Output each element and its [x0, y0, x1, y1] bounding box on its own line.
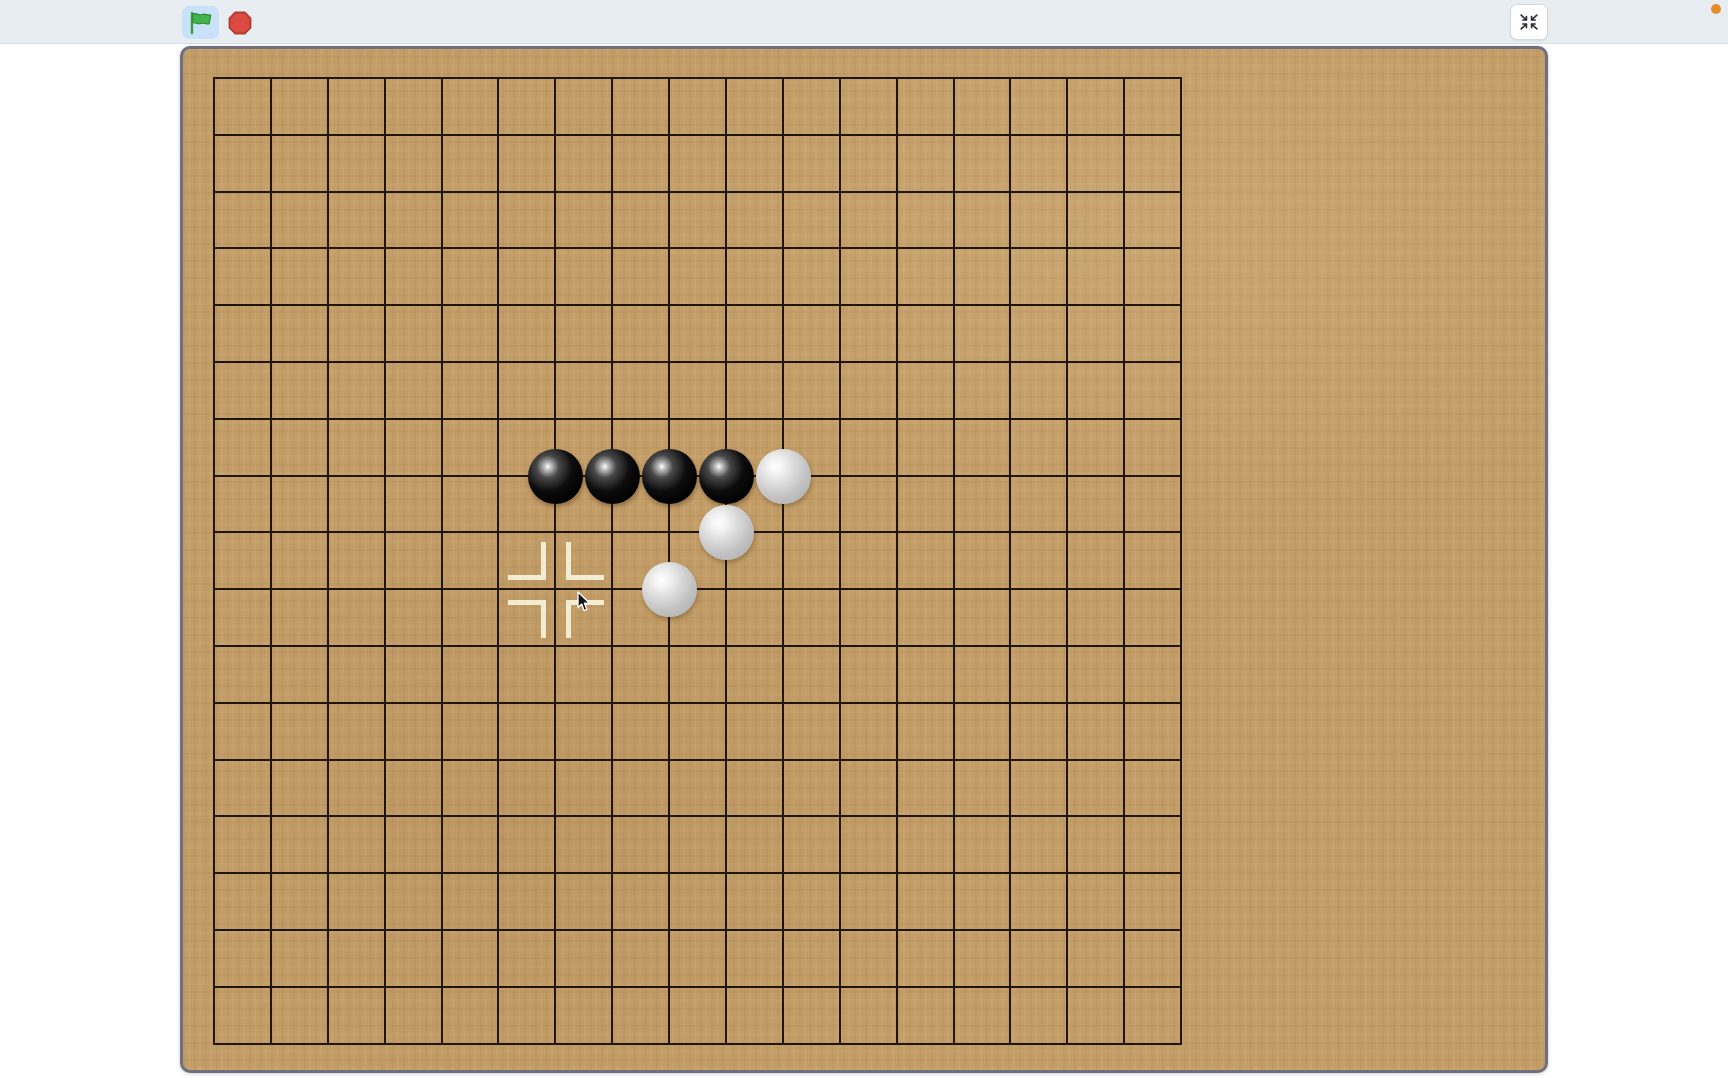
board-cell[interactable]: [271, 646, 328, 703]
board-cell[interactable]: [328, 476, 385, 533]
board-cell[interactable]: [385, 646, 442, 703]
board-cell[interactable]: [669, 873, 726, 930]
board-cell[interactable]: [498, 873, 555, 930]
board-cell[interactable]: [726, 987, 783, 1044]
board-cell[interactable]: [385, 816, 442, 873]
board-cell[interactable]: [840, 419, 897, 476]
board-cell[interactable]: [271, 78, 328, 135]
board-cell[interactable]: [442, 192, 499, 249]
board-cell[interactable]: [498, 248, 555, 305]
board-cell[interactable]: [385, 760, 442, 817]
board-cell[interactable]: [612, 305, 669, 362]
board-cell[interactable]: [726, 305, 783, 362]
board-cell[interactable]: [385, 589, 442, 646]
board-cell[interactable]: [555, 78, 612, 135]
board-cell[interactable]: [954, 589, 1011, 646]
board-cell[interactable]: [783, 930, 840, 987]
board-cell[interactable]: [271, 532, 328, 589]
board-cell[interactable]: [271, 135, 328, 192]
board-cell[interactable]: [954, 135, 1011, 192]
board-cell[interactable]: [669, 192, 726, 249]
board-cell[interactable]: [612, 192, 669, 249]
board-cell[interactable]: [328, 703, 385, 760]
board-cell[interactable]: [385, 930, 442, 987]
board-cell[interactable]: [726, 248, 783, 305]
board-cell[interactable]: [1010, 816, 1067, 873]
board-cell[interactable]: [498, 646, 555, 703]
board-cell[interactable]: [783, 135, 840, 192]
board-cell[interactable]: [385, 873, 442, 930]
board-cell[interactable]: [328, 305, 385, 362]
stage: [180, 46, 1548, 1073]
board-cell[interactable]: [498, 305, 555, 362]
board-cell[interactable]: [897, 532, 954, 589]
board-cell[interactable]: [954, 873, 1011, 930]
board-cell[interactable]: [214, 248, 271, 305]
board-cell[interactable]: [783, 646, 840, 703]
board-cell[interactable]: [726, 476, 783, 533]
board-cell[interactable]: [1067, 135, 1124, 192]
board-cell[interactable]: [840, 78, 897, 135]
board-cell[interactable]: [555, 192, 612, 249]
board-cell[interactable]: [1010, 873, 1067, 930]
board-cell[interactable]: [897, 362, 954, 419]
board-cell[interactable]: [840, 930, 897, 987]
board-cell[interactable]: [442, 816, 499, 873]
board-cell[interactable]: [612, 987, 669, 1044]
board-cell[interactable]: [1067, 192, 1124, 249]
board-cell[interactable]: [669, 930, 726, 987]
board-cell[interactable]: [954, 646, 1011, 703]
board-cell[interactable]: [385, 192, 442, 249]
board-cell[interactable]: [840, 703, 897, 760]
board-cell[interactable]: [897, 873, 954, 930]
board-cell[interactable]: [1124, 873, 1181, 930]
board-cell[interactable]: [555, 135, 612, 192]
board-cell[interactable]: [840, 135, 897, 192]
board-cell[interactable]: [1124, 987, 1181, 1044]
board-cell[interactable]: [612, 419, 669, 476]
stop-button[interactable]: [228, 11, 252, 35]
board-cell[interactable]: [385, 135, 442, 192]
board-cell[interactable]: [840, 873, 897, 930]
board-cell[interactable]: [840, 362, 897, 419]
board-cell[interactable]: [669, 646, 726, 703]
board-cell[interactable]: [442, 78, 499, 135]
board-cell[interactable]: [612, 873, 669, 930]
board-cell[interactable]: [897, 930, 954, 987]
board-cell[interactable]: [954, 760, 1011, 817]
board-cell[interactable]: [783, 873, 840, 930]
board-cell[interactable]: [612, 476, 669, 533]
board-cell[interactable]: [897, 305, 954, 362]
board-cell[interactable]: [555, 816, 612, 873]
board-cell[interactable]: [726, 589, 783, 646]
board-cell[interactable]: [271, 248, 328, 305]
board-cell[interactable]: [442, 305, 499, 362]
board-cell[interactable]: [612, 703, 669, 760]
board-cell[interactable]: [555, 362, 612, 419]
board-cell[interactable]: [1067, 362, 1124, 419]
board-cell[interactable]: [726, 760, 783, 817]
board-cell[interactable]: [1067, 589, 1124, 646]
board-cell[interactable]: [897, 760, 954, 817]
board-cell[interactable]: [840, 646, 897, 703]
board-cell[interactable]: [840, 816, 897, 873]
board-cell[interactable]: [385, 362, 442, 419]
board-cell[interactable]: [214, 987, 271, 1044]
exit-fullscreen-icon: [1520, 14, 1538, 30]
board-cell[interactable]: [954, 987, 1011, 1044]
board-cell[interactable]: [840, 589, 897, 646]
board-cell[interactable]: [726, 192, 783, 249]
green-flag-icon: [188, 11, 214, 35]
board-cell[interactable]: [1010, 305, 1067, 362]
board-cell[interactable]: [214, 589, 271, 646]
board-cell[interactable]: [1067, 78, 1124, 135]
board-cell[interactable]: [840, 987, 897, 1044]
board-cell[interactable]: [1124, 532, 1181, 589]
board-cell[interactable]: [1010, 248, 1067, 305]
board-cell[interactable]: [328, 987, 385, 1044]
board-cell[interactable]: [442, 873, 499, 930]
board-cell[interactable]: [726, 816, 783, 873]
board-cell[interactable]: [1067, 703, 1124, 760]
board-cell[interactable]: [1010, 362, 1067, 419]
board-cell[interactable]: [442, 646, 499, 703]
board-cell[interactable]: [897, 78, 954, 135]
board-cell[interactable]: [954, 476, 1011, 533]
board-cell[interactable]: [954, 192, 1011, 249]
board-cell[interactable]: [1010, 589, 1067, 646]
player-header: [0, 0, 1728, 44]
board-cell[interactable]: [328, 646, 385, 703]
board-cell[interactable]: [214, 362, 271, 419]
board-cell[interactable]: [840, 248, 897, 305]
board-cell[interactable]: [328, 135, 385, 192]
board-cell[interactable]: [271, 703, 328, 760]
board-cell[interactable]: [214, 305, 271, 362]
board-cell[interactable]: [555, 305, 612, 362]
board-cell[interactable]: [1067, 248, 1124, 305]
board-cell[interactable]: [612, 589, 669, 646]
board-cell[interactable]: [840, 192, 897, 249]
board-cell[interactable]: [783, 419, 840, 476]
board-cell[interactable]: [1067, 646, 1124, 703]
board-cell[interactable]: [1067, 816, 1124, 873]
board-cell[interactable]: [1124, 305, 1181, 362]
board-cell[interactable]: [897, 816, 954, 873]
board-cell[interactable]: [612, 532, 669, 589]
board-cell[interactable]: [783, 78, 840, 135]
board-cell[interactable]: [498, 760, 555, 817]
board-cell[interactable]: [1010, 192, 1067, 249]
board-cell[interactable]: [669, 78, 726, 135]
board-cell[interactable]: [271, 419, 328, 476]
board-cell[interactable]: [783, 816, 840, 873]
board-cell[interactable]: [214, 476, 271, 533]
board-cell[interactable]: [954, 532, 1011, 589]
board-cell[interactable]: [385, 987, 442, 1044]
board-cell[interactable]: [328, 362, 385, 419]
board-cell[interactable]: [442, 362, 499, 419]
board-cell[interactable]: [1067, 760, 1124, 817]
board-cell[interactable]: [1124, 476, 1181, 533]
board-cell[interactable]: [897, 589, 954, 646]
board-cell[interactable]: [1124, 930, 1181, 987]
green-flag-button[interactable]: [182, 6, 219, 39]
board-cell[interactable]: [271, 305, 328, 362]
board-cell[interactable]: [1124, 703, 1181, 760]
board-cell[interactable]: [897, 135, 954, 192]
board-cell[interactable]: [726, 646, 783, 703]
board-cell[interactable]: [1067, 305, 1124, 362]
board-cell[interactable]: [328, 248, 385, 305]
board-cell[interactable]: [669, 589, 726, 646]
board-cell[interactable]: [840, 305, 897, 362]
board-cell[interactable]: [726, 362, 783, 419]
exit-fullscreen-button[interactable]: [1510, 4, 1548, 40]
board-cell[interactable]: [1010, 78, 1067, 135]
board-cell[interactable]: [328, 930, 385, 987]
board-cell[interactable]: [897, 192, 954, 249]
board-cell[interactable]: [498, 192, 555, 249]
marker-corner-bottom-left: [508, 600, 546, 638]
board-cell[interactable]: [612, 248, 669, 305]
board-cell[interactable]: [328, 589, 385, 646]
board-cell[interactable]: [669, 362, 726, 419]
board-cell[interactable]: [1124, 419, 1181, 476]
board-cell[interactable]: [1010, 135, 1067, 192]
board-cell[interactable]: [669, 760, 726, 817]
board-cell[interactable]: [385, 248, 442, 305]
board-cell[interactable]: [612, 646, 669, 703]
board-cell[interactable]: [555, 419, 612, 476]
board-cell[interactable]: [612, 78, 669, 135]
board-cell[interactable]: [840, 532, 897, 589]
board-cell[interactable]: [783, 476, 840, 533]
board-cell[interactable]: [442, 987, 499, 1044]
board-cell[interactable]: [1124, 78, 1181, 135]
board-cell[interactable]: [1010, 476, 1067, 533]
board-cell[interactable]: [498, 987, 555, 1044]
board-cell[interactable]: [385, 476, 442, 533]
board-cell[interactable]: [214, 135, 271, 192]
board-cell[interactable]: [271, 476, 328, 533]
board-cell[interactable]: [271, 816, 328, 873]
board-cell[interactable]: [1010, 419, 1067, 476]
board-cell[interactable]: [954, 78, 1011, 135]
board-cell[interactable]: [1124, 135, 1181, 192]
board-cell[interactable]: [442, 248, 499, 305]
board-cell[interactable]: [1067, 987, 1124, 1044]
board-cell[interactable]: [954, 816, 1011, 873]
board-cell[interactable]: [897, 419, 954, 476]
marker-corner-top-left: [508, 542, 546, 580]
board-cell[interactable]: [783, 987, 840, 1044]
board-cell[interactable]: [385, 419, 442, 476]
board-cell[interactable]: [555, 703, 612, 760]
stop-sign-icon: [228, 11, 252, 35]
board-cell[interactable]: [1124, 760, 1181, 817]
board-cell[interactable]: [1067, 476, 1124, 533]
board-cell[interactable]: [555, 930, 612, 987]
board-cell[interactable]: [498, 703, 555, 760]
board-cell[interactable]: [783, 248, 840, 305]
board-cell[interactable]: [214, 78, 271, 135]
board-cell[interactable]: [328, 192, 385, 249]
board-cell[interactable]: [954, 703, 1011, 760]
board-cell[interactable]: [954, 305, 1011, 362]
board-cell[interactable]: [271, 362, 328, 419]
board-cell[interactable]: [897, 987, 954, 1044]
board-cell[interactable]: [328, 78, 385, 135]
board-cell[interactable]: [214, 930, 271, 987]
board-cell[interactable]: [669, 419, 726, 476]
board-cell[interactable]: [555, 248, 612, 305]
board-cell[interactable]: [271, 873, 328, 930]
board-cell[interactable]: [1124, 192, 1181, 249]
board-cell[interactable]: [442, 135, 499, 192]
board-cell[interactable]: [1067, 419, 1124, 476]
board-cell[interactable]: [271, 589, 328, 646]
board-cell[interactable]: [612, 362, 669, 419]
board-cell[interactable]: [498, 476, 555, 533]
board-cell[interactable]: [271, 192, 328, 249]
board-cell[interactable]: [669, 135, 726, 192]
board-cell[interactable]: [783, 305, 840, 362]
board-cell[interactable]: [1124, 646, 1181, 703]
board-cell[interactable]: [498, 362, 555, 419]
board-cell[interactable]: [214, 419, 271, 476]
board-cell[interactable]: [612, 930, 669, 987]
board-cell[interactable]: [328, 419, 385, 476]
marker-corner-top-right: [566, 542, 604, 580]
board-cell[interactable]: [442, 589, 499, 646]
board-cell[interactable]: [555, 873, 612, 930]
board-cell[interactable]: [271, 760, 328, 817]
board-cell[interactable]: [726, 532, 783, 589]
board-cell[interactable]: [442, 703, 499, 760]
board-cell[interactable]: [1124, 816, 1181, 873]
board-cell[interactable]: [442, 760, 499, 817]
board-cell[interactable]: [783, 362, 840, 419]
board-cell[interactable]: [442, 930, 499, 987]
board-cell[interactable]: [669, 987, 726, 1044]
board-cell[interactable]: [328, 532, 385, 589]
board-cell[interactable]: [1010, 646, 1067, 703]
board-cell[interactable]: [669, 703, 726, 760]
board-cell[interactable]: [954, 419, 1011, 476]
board-cell[interactable]: [669, 248, 726, 305]
placement-marker: [508, 542, 604, 638]
board-cell[interactable]: [442, 532, 499, 589]
board-cell[interactable]: [498, 78, 555, 135]
board-cell[interactable]: [669, 476, 726, 533]
board-cell[interactable]: [783, 760, 840, 817]
board-cell[interactable]: [726, 419, 783, 476]
board-cell[interactable]: [726, 135, 783, 192]
board-cell[interactable]: [612, 816, 669, 873]
board-cell[interactable]: [555, 476, 612, 533]
board-cell[interactable]: [954, 362, 1011, 419]
board-cell[interactable]: [385, 532, 442, 589]
board-cell[interactable]: [1010, 760, 1067, 817]
board-cell[interactable]: [555, 987, 612, 1044]
board-cell[interactable]: [783, 192, 840, 249]
board-cell[interactable]: [214, 703, 271, 760]
board-cell[interactable]: [840, 476, 897, 533]
board-cell[interactable]: [669, 305, 726, 362]
board-cell[interactable]: [1010, 703, 1067, 760]
board-cell[interactable]: [328, 760, 385, 817]
mouse-cursor: [577, 591, 592, 617]
board-cell[interactable]: [214, 646, 271, 703]
board-cell[interactable]: [1124, 248, 1181, 305]
board-cell[interactable]: [726, 873, 783, 930]
board-cell[interactable]: [1124, 362, 1181, 419]
board-cell[interactable]: [783, 703, 840, 760]
board-cell[interactable]: [1124, 589, 1181, 646]
board-cell[interactable]: [726, 78, 783, 135]
board-cell[interactable]: [271, 930, 328, 987]
board-cell[interactable]: [897, 248, 954, 305]
board-cell[interactable]: [840, 760, 897, 817]
board-cell[interactable]: [1010, 987, 1067, 1044]
board-cell[interactable]: [498, 816, 555, 873]
board-cell[interactable]: [555, 646, 612, 703]
board-cell[interactable]: [328, 816, 385, 873]
board-cell[interactable]: [385, 305, 442, 362]
board-cell[interactable]: [783, 589, 840, 646]
board-cell[interactable]: [1067, 930, 1124, 987]
board-cell[interactable]: [669, 816, 726, 873]
board-cell[interactable]: [897, 646, 954, 703]
board-cell[interactable]: [214, 873, 271, 930]
board-cell[interactable]: [897, 476, 954, 533]
board-cell[interactable]: [1010, 930, 1067, 987]
board-cell[interactable]: [385, 78, 442, 135]
recording-indicator-dot: [1711, 4, 1721, 14]
board-cell[interactable]: [1010, 532, 1067, 589]
board-cell[interactable]: [726, 930, 783, 987]
board-cell[interactable]: [783, 532, 840, 589]
board-cell[interactable]: [1067, 873, 1124, 930]
board-cell[interactable]: [555, 760, 612, 817]
board-cell[interactable]: [385, 703, 442, 760]
board-cell[interactable]: [442, 419, 499, 476]
board-cell[interactable]: [328, 873, 385, 930]
board-cell[interactable]: [612, 760, 669, 817]
board-cell[interactable]: [897, 703, 954, 760]
board-cell[interactable]: [726, 703, 783, 760]
board-cell[interactable]: [214, 192, 271, 249]
board-cell[interactable]: [612, 135, 669, 192]
board-cell[interactable]: [214, 760, 271, 817]
board-cell[interactable]: [442, 476, 499, 533]
board-cell[interactable]: [214, 816, 271, 873]
board-cell[interactable]: [498, 419, 555, 476]
board-cell[interactable]: [954, 930, 1011, 987]
board-cell[interactable]: [214, 532, 271, 589]
board-cell[interactable]: [669, 532, 726, 589]
board-cell[interactable]: [498, 930, 555, 987]
board-cell[interactable]: [498, 135, 555, 192]
board-cell[interactable]: [1067, 532, 1124, 589]
board-cell[interactable]: [271, 987, 328, 1044]
board-grid[interactable]: [213, 77, 1182, 1045]
board-cell[interactable]: [954, 248, 1011, 305]
